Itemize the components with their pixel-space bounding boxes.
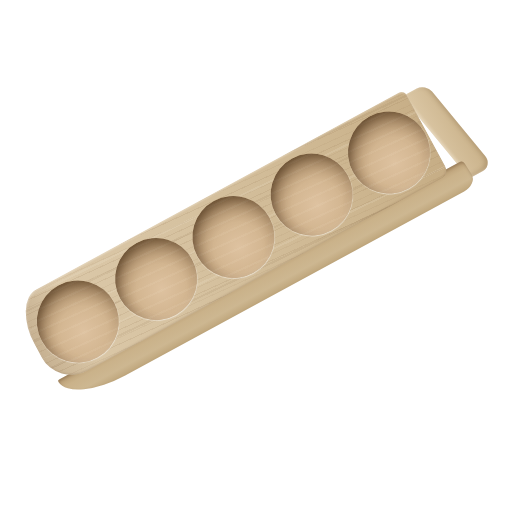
mancala-board (12, 78, 484, 411)
product-photo-scene: Natural wooden board with a single row o… (0, 0, 510, 510)
pit-grid (12, 90, 450, 387)
